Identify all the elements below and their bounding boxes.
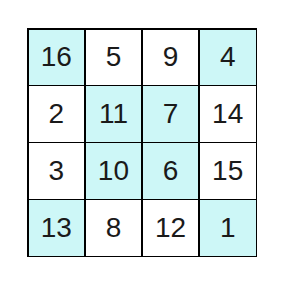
cell-r2c0: 3 [29, 143, 85, 198]
cell-r1c2: 7 [143, 86, 199, 141]
cell-r3c3: 1 [200, 200, 256, 255]
cell-r1c0: 2 [29, 86, 85, 141]
cell-r2c3: 15 [200, 143, 256, 198]
cell-r3c2: 12 [143, 200, 199, 255]
cell-r0c3: 4 [200, 30, 256, 85]
cell-r3c1: 8 [86, 200, 142, 255]
cell-r0c1: 5 [86, 30, 142, 85]
cell-r2c2: 6 [143, 143, 199, 198]
cell-r1c1: 11 [86, 86, 142, 141]
cell-r1c3: 14 [200, 86, 256, 141]
magic-square-board: 16594211714310615138121 [27, 28, 257, 257]
cell-r0c2: 9 [143, 30, 199, 85]
cell-r3c0: 13 [29, 200, 85, 255]
cell-r2c1: 10 [86, 143, 142, 198]
cell-r0c0: 16 [29, 30, 85, 85]
